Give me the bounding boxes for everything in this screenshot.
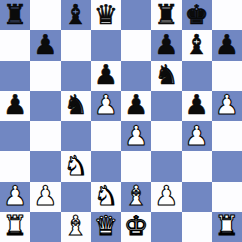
square-g5[interactable]: ♟ bbox=[182, 91, 212, 121]
black-rook-icon: ♜ bbox=[154, 1, 178, 28]
square-g2[interactable] bbox=[182, 182, 212, 212]
square-c8[interactable]: ♝ bbox=[61, 0, 91, 30]
square-d7[interactable] bbox=[91, 30, 121, 60]
white-king-icon: ♚ bbox=[124, 212, 148, 239]
black-queen-icon: ♛ bbox=[94, 1, 118, 28]
white-pawn-icon: ♟ bbox=[3, 182, 27, 209]
white-pawn-icon: ♟ bbox=[94, 91, 118, 118]
white-knight-icon: ♞ bbox=[94, 182, 118, 209]
black-pawn-icon: ♟ bbox=[124, 91, 148, 118]
square-c7[interactable] bbox=[61, 30, 91, 60]
square-g3[interactable] bbox=[182, 151, 212, 181]
square-e5[interactable]: ♟ bbox=[121, 91, 151, 121]
black-pawn-icon: ♟ bbox=[215, 31, 239, 58]
white-rook-icon: ♜ bbox=[3, 212, 27, 239]
square-d3[interactable] bbox=[91, 151, 121, 181]
square-f3[interactable] bbox=[151, 151, 181, 181]
square-e2[interactable]: ♝ bbox=[121, 182, 151, 212]
black-bishop-icon: ♝ bbox=[64, 1, 88, 28]
black-bishop-icon: ♝ bbox=[185, 31, 209, 58]
white-pawn-icon: ♟ bbox=[33, 182, 57, 209]
square-a8[interactable]: ♜ bbox=[0, 0, 30, 30]
square-h5[interactable]: ♟ bbox=[212, 91, 242, 121]
white-knight-icon: ♞ bbox=[64, 152, 88, 179]
square-e4[interactable]: ♟ bbox=[121, 121, 151, 151]
square-a1[interactable]: ♜ bbox=[0, 212, 30, 242]
square-b8[interactable] bbox=[30, 0, 60, 30]
white-pawn-icon: ♟ bbox=[154, 182, 178, 209]
square-c2[interactable] bbox=[61, 182, 91, 212]
square-h3[interactable] bbox=[212, 151, 242, 181]
square-a2[interactable]: ♟ bbox=[0, 182, 30, 212]
square-d5[interactable]: ♟ bbox=[91, 91, 121, 121]
black-knight-icon: ♞ bbox=[64, 91, 88, 118]
square-f7[interactable]: ♟ bbox=[151, 30, 181, 60]
chess-board: ♜♝♛♜♚♟♟♝♟♟♞♟♞♟♟♟♟♟♟♞♟♟♞♝♟♜♝♛♚♜ bbox=[0, 0, 242, 242]
square-c5[interactable]: ♞ bbox=[61, 91, 91, 121]
square-g7[interactable]: ♝ bbox=[182, 30, 212, 60]
black-pawn-icon: ♟ bbox=[94, 61, 118, 88]
square-f4[interactable] bbox=[151, 121, 181, 151]
square-a7[interactable] bbox=[0, 30, 30, 60]
square-h6[interactable] bbox=[212, 61, 242, 91]
black-pawn-icon: ♟ bbox=[33, 31, 57, 58]
square-c6[interactable] bbox=[61, 61, 91, 91]
square-c1[interactable]: ♝ bbox=[61, 212, 91, 242]
square-a4[interactable] bbox=[0, 121, 30, 151]
square-d6[interactable]: ♟ bbox=[91, 61, 121, 91]
square-g1[interactable] bbox=[182, 212, 212, 242]
square-c3[interactable]: ♞ bbox=[61, 151, 91, 181]
square-a3[interactable] bbox=[0, 151, 30, 181]
white-bishop-icon: ♝ bbox=[124, 182, 148, 209]
square-h7[interactable]: ♟ bbox=[212, 30, 242, 60]
white-pawn-icon: ♟ bbox=[124, 122, 148, 149]
square-g6[interactable] bbox=[182, 61, 212, 91]
square-b7[interactable]: ♟ bbox=[30, 30, 60, 60]
white-queen-icon: ♛ bbox=[94, 212, 118, 239]
square-a5[interactable]: ♟ bbox=[0, 91, 30, 121]
white-bishop-icon: ♝ bbox=[64, 212, 88, 239]
square-b2[interactable]: ♟ bbox=[30, 182, 60, 212]
black-pawn-icon: ♟ bbox=[185, 91, 209, 118]
black-pawn-icon: ♟ bbox=[154, 31, 178, 58]
square-h8[interactable] bbox=[212, 0, 242, 30]
white-pawn-icon: ♟ bbox=[185, 122, 209, 149]
square-f5[interactable] bbox=[151, 91, 181, 121]
square-h1[interactable]: ♜ bbox=[212, 212, 242, 242]
square-d2[interactable]: ♞ bbox=[91, 182, 121, 212]
square-d8[interactable]: ♛ bbox=[91, 0, 121, 30]
square-g8[interactable]: ♚ bbox=[182, 0, 212, 30]
square-h2[interactable] bbox=[212, 182, 242, 212]
square-d4[interactable] bbox=[91, 121, 121, 151]
square-c4[interactable] bbox=[61, 121, 91, 151]
square-f8[interactable]: ♜ bbox=[151, 0, 181, 30]
square-b4[interactable] bbox=[30, 121, 60, 151]
square-b3[interactable] bbox=[30, 151, 60, 181]
square-h4[interactable] bbox=[212, 121, 242, 151]
square-b5[interactable] bbox=[30, 91, 60, 121]
white-pawn-icon: ♟ bbox=[215, 91, 239, 118]
white-rook-icon: ♜ bbox=[215, 212, 239, 239]
square-f1[interactable] bbox=[151, 212, 181, 242]
square-e6[interactable] bbox=[121, 61, 151, 91]
square-e8[interactable] bbox=[121, 0, 151, 30]
square-f2[interactable]: ♟ bbox=[151, 182, 181, 212]
square-d1[interactable]: ♛ bbox=[91, 212, 121, 242]
square-e3[interactable] bbox=[121, 151, 151, 181]
square-b1[interactable] bbox=[30, 212, 60, 242]
black-rook-icon: ♜ bbox=[3, 1, 27, 28]
black-knight-icon: ♞ bbox=[154, 61, 178, 88]
black-king-icon: ♚ bbox=[185, 1, 209, 28]
square-e1[interactable]: ♚ bbox=[121, 212, 151, 242]
square-f6[interactable]: ♞ bbox=[151, 61, 181, 91]
square-a6[interactable] bbox=[0, 61, 30, 91]
square-g4[interactable]: ♟ bbox=[182, 121, 212, 151]
square-e7[interactable] bbox=[121, 30, 151, 60]
black-pawn-icon: ♟ bbox=[3, 91, 27, 118]
square-b6[interactable] bbox=[30, 61, 60, 91]
